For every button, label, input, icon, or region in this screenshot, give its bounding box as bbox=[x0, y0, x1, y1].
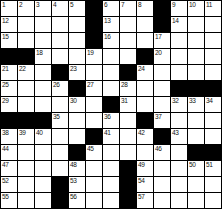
cell-r9c9[interactable]: 42 bbox=[137, 129, 153, 144]
cell-r2c9[interactable] bbox=[137, 17, 153, 32]
black-cell-r5c4 bbox=[52, 65, 68, 80]
cell-r7c12[interactable]: 33 bbox=[188, 97, 204, 112]
clue-number-53: 53 bbox=[70, 177, 77, 184]
cell-r2c7[interactable]: 13 bbox=[103, 17, 119, 32]
cell-r3c8[interactable] bbox=[120, 33, 136, 48]
cell-r13c13[interactable] bbox=[205, 193, 221, 208]
clue-number-34: 34 bbox=[206, 97, 213, 104]
clue-number-48: 48 bbox=[70, 161, 77, 168]
cell-r11c5[interactable]: 48 bbox=[69, 161, 85, 176]
cell-r6c10[interactable] bbox=[154, 81, 170, 96]
black-cell-r5c8 bbox=[120, 65, 136, 80]
black-cell-r8c2 bbox=[18, 113, 34, 128]
clue-number-31: 31 bbox=[121, 97, 128, 104]
cell-r3c10[interactable]: 17 bbox=[154, 33, 170, 48]
cell-r13c2[interactable] bbox=[18, 193, 34, 208]
clue-number-42: 42 bbox=[138, 129, 145, 136]
cell-r1c1[interactable]: 1 bbox=[1, 1, 17, 16]
cell-r5c2[interactable]: 22 bbox=[18, 65, 34, 80]
cell-r6c7[interactable] bbox=[103, 81, 119, 96]
black-cell-r13c4 bbox=[52, 193, 68, 208]
cell-r3c12[interactable] bbox=[188, 33, 204, 48]
cell-r5c10[interactable] bbox=[154, 65, 170, 80]
cell-r11c1[interactable]: 47 bbox=[1, 161, 17, 176]
cell-r8c5[interactable] bbox=[69, 113, 85, 128]
clue-number-45: 45 bbox=[87, 145, 94, 152]
clue-number-57: 57 bbox=[138, 193, 145, 200]
cell-r12c10[interactable] bbox=[154, 177, 170, 192]
clue-number-1: 1 bbox=[2, 1, 5, 8]
cell-r2c3[interactable] bbox=[35, 17, 51, 32]
cell-r5c3[interactable] bbox=[35, 65, 51, 80]
cell-r12c3[interactable] bbox=[35, 177, 51, 192]
black-cell-r7c7 bbox=[103, 97, 119, 112]
cell-r3c9[interactable] bbox=[137, 33, 153, 48]
cell-r6c3[interactable] bbox=[35, 81, 51, 96]
cell-r11c7[interactable] bbox=[103, 161, 119, 176]
black-cell-r10c5 bbox=[69, 145, 85, 160]
cell-r2c5[interactable] bbox=[69, 17, 85, 32]
cell-r7c1[interactable]: 29 bbox=[1, 97, 17, 112]
cell-r2c12[interactable] bbox=[188, 17, 204, 32]
clue-number-40: 40 bbox=[36, 129, 43, 136]
cell-r12c5[interactable]: 53 bbox=[69, 177, 85, 192]
crossword-grid: 1234567891011121314151617181920212223242… bbox=[0, 0, 222, 209]
cell-r1c11[interactable]: 9 bbox=[171, 1, 187, 16]
cell-r11c2[interactable] bbox=[18, 161, 34, 176]
black-cell-r2c6 bbox=[86, 17, 102, 32]
cell-r6c4[interactable]: 26 bbox=[52, 81, 68, 96]
black-cell-r6c12 bbox=[188, 81, 204, 96]
cell-r10c11[interactable] bbox=[171, 145, 187, 160]
black-cell-r8c9 bbox=[137, 113, 153, 128]
cell-r5c9[interactable]: 24 bbox=[137, 65, 153, 80]
black-cell-r4c2 bbox=[18, 49, 34, 64]
cell-r13c9[interactable]: 57 bbox=[137, 193, 153, 208]
cell-r12c9[interactable]: 54 bbox=[137, 177, 153, 192]
clue-number-23: 23 bbox=[70, 65, 77, 72]
cell-r9c11[interactable]: 43 bbox=[171, 129, 187, 144]
cell-r2c13[interactable] bbox=[205, 17, 221, 32]
black-cell-r1c10 bbox=[154, 1, 170, 16]
cell-r13c1[interactable]: 55 bbox=[1, 193, 17, 208]
cell-r12c13[interactable] bbox=[205, 177, 221, 192]
cell-r8c13[interactable] bbox=[205, 113, 221, 128]
black-cell-r6c13 bbox=[205, 81, 221, 96]
cell-r6c8[interactable]: 28 bbox=[120, 81, 136, 96]
cell-r2c2[interactable] bbox=[18, 17, 34, 32]
clue-number-51: 51 bbox=[206, 161, 213, 168]
clue-number-18: 18 bbox=[36, 49, 43, 56]
clue-number-10: 10 bbox=[189, 1, 196, 8]
black-cell-r2c10 bbox=[154, 17, 170, 32]
clue-number-36: 36 bbox=[104, 113, 111, 120]
cell-r12c6[interactable] bbox=[86, 177, 102, 192]
cell-r11c13[interactable]: 51 bbox=[205, 161, 221, 176]
black-cell-r6c11 bbox=[171, 81, 187, 96]
clue-number-19: 19 bbox=[87, 49, 94, 56]
cell-r4c3[interactable]: 18 bbox=[35, 49, 51, 64]
cell-r12c12[interactable] bbox=[188, 177, 204, 192]
cell-r5c5[interactable]: 23 bbox=[69, 65, 85, 80]
cell-r7c6[interactable] bbox=[86, 97, 102, 112]
cell-r3c5[interactable] bbox=[69, 33, 85, 48]
cell-r11c12[interactable]: 50 bbox=[188, 161, 204, 176]
black-cell-r9c6 bbox=[86, 129, 102, 144]
cell-r8c4[interactable]: 35 bbox=[52, 113, 68, 128]
cell-r8c6[interactable] bbox=[86, 113, 102, 128]
clue-number-49: 49 bbox=[138, 161, 145, 168]
cell-r1c9[interactable]: 8 bbox=[137, 1, 153, 16]
cell-r8c8[interactable] bbox=[120, 113, 136, 128]
cell-r6c9[interactable] bbox=[137, 81, 153, 96]
cell-r3c11[interactable] bbox=[171, 33, 187, 48]
cell-r11c9[interactable]: 49 bbox=[137, 161, 153, 176]
cell-r3c4[interactable] bbox=[52, 33, 68, 48]
cell-r1c7[interactable]: 6 bbox=[103, 1, 119, 16]
cell-r4c12[interactable] bbox=[188, 49, 204, 64]
clue-number-56: 56 bbox=[70, 193, 77, 200]
cell-r5c12[interactable] bbox=[188, 65, 204, 80]
clue-number-50: 50 bbox=[189, 161, 196, 168]
clue-number-47: 47 bbox=[2, 161, 9, 168]
cell-r13c3[interactable] bbox=[35, 193, 51, 208]
cell-r1c13[interactable]: 11 bbox=[205, 1, 221, 16]
cell-r10c6[interactable]: 45 bbox=[86, 145, 102, 160]
cell-r10c1[interactable]: 44 bbox=[1, 145, 17, 160]
cell-r10c4[interactable] bbox=[52, 145, 68, 160]
cell-r9c8[interactable] bbox=[120, 129, 136, 144]
black-cell-r9c10 bbox=[154, 129, 170, 144]
cell-r6c2[interactable] bbox=[18, 81, 34, 96]
cell-r9c3[interactable]: 40 bbox=[35, 129, 51, 144]
clue-number-4: 4 bbox=[53, 1, 56, 8]
clue-number-29: 29 bbox=[2, 97, 9, 104]
cell-r4c6[interactable]: 19 bbox=[86, 49, 102, 64]
clue-number-35: 35 bbox=[53, 113, 60, 120]
cell-r7c3[interactable] bbox=[35, 97, 51, 112]
cell-r5c1[interactable]: 21 bbox=[1, 65, 17, 80]
cell-r13c6[interactable] bbox=[86, 193, 102, 208]
cell-r4c8[interactable] bbox=[120, 49, 136, 64]
clue-number-8: 8 bbox=[138, 1, 141, 8]
cell-r10c9[interactable] bbox=[137, 145, 153, 160]
cell-r12c2[interactable] bbox=[18, 177, 34, 192]
black-cell-r1c6 bbox=[86, 1, 102, 16]
clue-number-25: 25 bbox=[2, 81, 9, 88]
black-cell-r3c6 bbox=[86, 33, 102, 48]
cell-r1c5[interactable]: 5 bbox=[69, 1, 85, 16]
clue-number-14: 14 bbox=[172, 17, 179, 24]
black-cell-r4c9 bbox=[137, 49, 153, 64]
clue-number-7: 7 bbox=[121, 1, 124, 8]
cell-r6c1[interactable]: 25 bbox=[1, 81, 17, 96]
clue-number-43: 43 bbox=[172, 129, 179, 136]
black-cell-r4c1 bbox=[1, 49, 17, 64]
clue-number-17: 17 bbox=[155, 33, 162, 40]
clue-number-2: 2 bbox=[19, 1, 22, 8]
cell-r4c7[interactable] bbox=[103, 49, 119, 64]
cell-r3c2[interactable] bbox=[18, 33, 34, 48]
black-cell-r8c1 bbox=[1, 113, 17, 128]
cell-r7c4[interactable] bbox=[52, 97, 68, 112]
cell-r10c8[interactable] bbox=[120, 145, 136, 160]
clue-number-55: 55 bbox=[2, 193, 9, 200]
cell-r9c4[interactable] bbox=[52, 129, 68, 144]
black-cell-r11c8 bbox=[120, 161, 136, 176]
black-cell-r10c12 bbox=[188, 145, 204, 160]
cell-r8c12[interactable] bbox=[188, 113, 204, 128]
cell-r11c11[interactable] bbox=[171, 161, 187, 176]
cell-r3c7[interactable]: 16 bbox=[103, 33, 119, 48]
cell-r3c13[interactable] bbox=[205, 33, 221, 48]
clue-number-3: 3 bbox=[36, 1, 39, 8]
cell-r11c10[interactable] bbox=[154, 161, 170, 176]
clue-number-46: 46 bbox=[155, 145, 162, 152]
clue-number-12: 12 bbox=[2, 17, 9, 24]
clue-number-22: 22 bbox=[19, 65, 26, 72]
black-cell-r6c5 bbox=[69, 81, 85, 96]
clue-number-21: 21 bbox=[2, 65, 9, 72]
cell-r10c7[interactable] bbox=[103, 145, 119, 160]
cell-r1c12[interactable]: 10 bbox=[188, 1, 204, 16]
black-cell-r10c13 bbox=[205, 145, 221, 160]
cell-r7c13[interactable]: 34 bbox=[205, 97, 221, 112]
clue-number-20: 20 bbox=[155, 49, 162, 56]
clue-number-33: 33 bbox=[189, 97, 196, 104]
clue-number-32: 32 bbox=[172, 97, 179, 104]
cell-r9c1[interactable]: 38 bbox=[1, 129, 17, 144]
cell-r4c10[interactable]: 20 bbox=[154, 49, 170, 64]
cell-r1c8[interactable]: 7 bbox=[120, 1, 136, 16]
clue-number-11: 11 bbox=[206, 1, 212, 8]
clue-number-30: 30 bbox=[70, 97, 77, 104]
clue-number-44: 44 bbox=[2, 145, 9, 152]
black-cell-r12c4 bbox=[52, 177, 68, 192]
clue-number-24: 24 bbox=[138, 65, 145, 72]
cell-r13c5[interactable]: 56 bbox=[69, 193, 85, 208]
cell-r12c11[interactable] bbox=[171, 177, 187, 192]
cell-r9c12[interactable] bbox=[188, 129, 204, 144]
cell-r3c1[interactable]: 15 bbox=[1, 33, 17, 48]
clue-number-28: 28 bbox=[121, 81, 128, 88]
cell-r9c13[interactable] bbox=[205, 129, 221, 144]
cell-r12c1[interactable]: 52 bbox=[1, 177, 17, 192]
clue-number-54: 54 bbox=[138, 177, 145, 184]
cell-r2c1[interactable]: 12 bbox=[1, 17, 17, 32]
clue-number-9: 9 bbox=[172, 1, 175, 8]
cell-r5c7[interactable] bbox=[103, 65, 119, 80]
cell-r8c10[interactable]: 37 bbox=[154, 113, 170, 128]
clue-number-41: 41 bbox=[104, 129, 111, 136]
cell-r4c13[interactable] bbox=[205, 49, 221, 64]
cell-r7c11[interactable]: 32 bbox=[171, 97, 187, 112]
black-cell-r8c3 bbox=[35, 113, 51, 128]
clue-number-15: 15 bbox=[2, 33, 9, 40]
cell-r5c11[interactable] bbox=[171, 65, 187, 80]
cell-r13c12[interactable] bbox=[188, 193, 204, 208]
clue-number-52: 52 bbox=[2, 177, 9, 184]
cell-r1c2[interactable]: 2 bbox=[18, 1, 34, 16]
clue-number-26: 26 bbox=[53, 81, 60, 88]
cell-r9c7[interactable]: 41 bbox=[103, 129, 119, 144]
cell-r8c7[interactable]: 36 bbox=[103, 113, 119, 128]
clue-number-6: 6 bbox=[104, 1, 107, 8]
cell-r8c11[interactable] bbox=[171, 113, 187, 128]
cell-r11c6[interactable] bbox=[86, 161, 102, 176]
cell-r5c6[interactable] bbox=[86, 65, 102, 80]
cell-r13c10[interactable] bbox=[154, 193, 170, 208]
cell-r7c10[interactable] bbox=[154, 97, 170, 112]
cell-r13c11[interactable] bbox=[171, 193, 187, 208]
cell-r9c2[interactable]: 39 bbox=[18, 129, 34, 144]
cell-r7c2[interactable] bbox=[18, 97, 34, 112]
cell-r2c4[interactable] bbox=[52, 17, 68, 32]
cell-r4c4[interactable] bbox=[52, 49, 68, 64]
cell-r9c5[interactable] bbox=[69, 129, 85, 144]
cell-r11c4[interactable] bbox=[52, 161, 68, 176]
clue-number-38: 38 bbox=[2, 129, 9, 136]
cell-r11c3[interactable] bbox=[35, 161, 51, 176]
cell-r10c3[interactable] bbox=[35, 145, 51, 160]
cell-r12c7[interactable] bbox=[103, 177, 119, 192]
cell-r4c5[interactable] bbox=[69, 49, 85, 64]
cell-r13c7[interactable] bbox=[103, 193, 119, 208]
cell-r1c4[interactable]: 4 bbox=[52, 1, 68, 16]
cell-r1c3[interactable]: 3 bbox=[35, 1, 51, 16]
cell-r7c5[interactable]: 30 bbox=[69, 97, 85, 112]
cell-r4c11[interactable] bbox=[171, 49, 187, 64]
black-cell-r13c8 bbox=[120, 193, 136, 208]
clue-number-13: 13 bbox=[104, 17, 111, 24]
black-cell-r12c8 bbox=[120, 177, 136, 192]
cell-r10c10[interactable]: 46 bbox=[154, 145, 170, 160]
clue-number-5: 5 bbox=[70, 1, 73, 8]
cell-r2c8[interactable] bbox=[120, 17, 136, 32]
cell-r7c9[interactable] bbox=[137, 97, 153, 112]
cell-r10c2[interactable] bbox=[18, 145, 34, 160]
cell-r6c6[interactable]: 27 bbox=[86, 81, 102, 96]
clue-number-39: 39 bbox=[19, 129, 26, 136]
cell-r7c8[interactable]: 31 bbox=[120, 97, 136, 112]
clue-number-16: 16 bbox=[104, 33, 111, 40]
cell-r3c3[interactable] bbox=[35, 33, 51, 48]
clue-number-37: 37 bbox=[155, 113, 162, 120]
clue-number-27: 27 bbox=[87, 81, 94, 88]
cell-r5c13[interactable] bbox=[205, 65, 221, 80]
cell-r2c11[interactable]: 14 bbox=[171, 17, 187, 32]
